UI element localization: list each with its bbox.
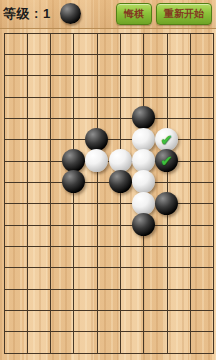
level-label: 等级 : 1 <box>3 5 51 23</box>
undo-button[interactable]: 悔棋 <box>116 3 152 25</box>
white-stone <box>132 192 155 215</box>
board-hline <box>4 331 215 332</box>
board-hline <box>4 97 215 98</box>
board-hline <box>4 225 215 226</box>
gomoku-board[interactable]: ✔✔ <box>0 29 216 360</box>
board-vline <box>4 33 5 354</box>
black-stone <box>132 106 155 129</box>
board-vline <box>120 33 121 354</box>
board-hline <box>4 118 215 119</box>
board-hline <box>4 267 215 268</box>
board-hline <box>4 75 215 76</box>
board-hline <box>4 33 215 34</box>
board-hline <box>4 203 215 204</box>
board-vline <box>73 33 74 354</box>
black-stone-icon <box>60 3 81 24</box>
black-stone <box>85 128 108 151</box>
white-stone <box>132 128 155 151</box>
white-stone <box>109 149 132 172</box>
white-stone <box>132 170 155 193</box>
black-stone <box>62 149 85 172</box>
board-vline <box>213 33 214 354</box>
black-stone <box>109 170 132 193</box>
gomoku-app-screen: 等级 : 1 悔棋 重新开始 ✔✔ <box>0 0 216 360</box>
black-stone: ✔ <box>155 149 178 172</box>
board-vline <box>27 33 28 354</box>
black-stone <box>62 170 85 193</box>
white-stone <box>132 149 155 172</box>
last-move-check-icon: ✔ <box>160 132 173 147</box>
last-move-check-icon: ✔ <box>160 153 173 168</box>
board-hline <box>4 289 215 290</box>
board-vline <box>97 33 98 354</box>
board-hline <box>4 54 215 55</box>
restart-button[interactable]: 重新开始 <box>156 3 212 25</box>
board-hline <box>4 310 215 311</box>
board-vline <box>190 33 191 354</box>
header-bar: 等级 : 1 悔棋 重新开始 <box>0 0 216 29</box>
board-vline <box>50 33 51 354</box>
board-hline <box>4 139 215 140</box>
board-hline <box>4 353 215 354</box>
white-stone: ✔ <box>155 128 178 151</box>
board-hline <box>4 246 215 247</box>
black-stone <box>132 213 155 236</box>
black-stone <box>155 192 178 215</box>
white-stone <box>85 149 108 172</box>
